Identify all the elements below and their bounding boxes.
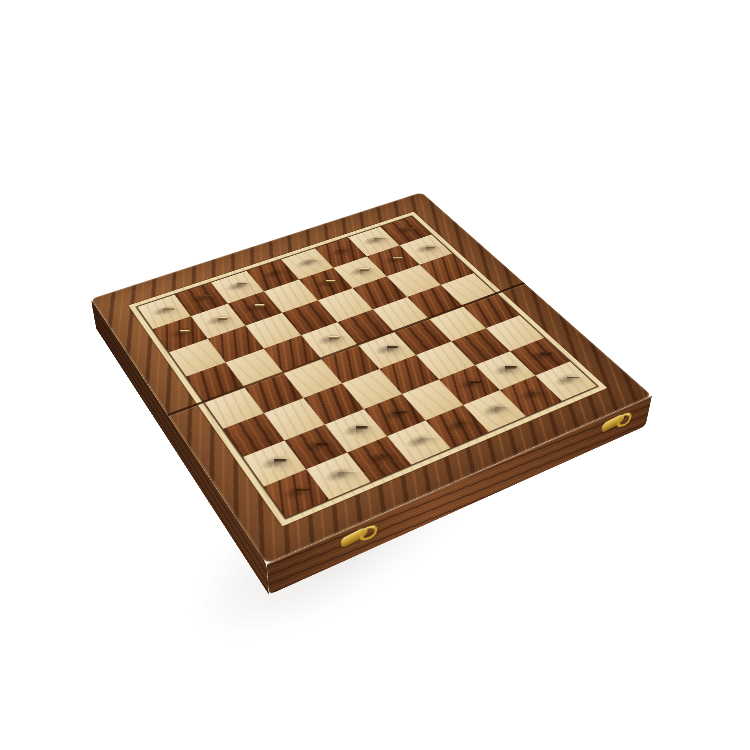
- product-photo-stage: ♜♞♝♛♚♝♞♜♟♟♟♟♟♟♟♟♟♟♟♟♟♟♟♟♜♞♝♛♚♝♞♜: [0, 0, 750, 750]
- brass-clasp-icon: [602, 413, 625, 434]
- brass-clasp-icon: [340, 526, 368, 549]
- chess-box-scene: ♜♞♝♛♚♝♞♜♟♟♟♟♟♟♟♟♟♟♟♟♟♟♟♟♜♞♝♛♚♝♞♜: [91, 192, 652, 564]
- black-rook-glyph: ♜: [250, 450, 342, 496]
- black-pawn-glyph: ♟: [347, 319, 428, 352]
